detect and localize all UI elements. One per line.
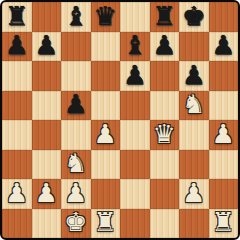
square-g2[interactable]: ♟ [179, 179, 209, 209]
piece-black-rook[interactable]: ♜ [5, 3, 28, 29]
square-c7[interactable] [61, 32, 91, 62]
square-a8[interactable]: ♜ [2, 2, 32, 32]
square-h4[interactable]: ♟ [209, 120, 239, 150]
piece-black-pawn[interactable]: ♟ [153, 32, 176, 58]
square-b8[interactable] [32, 2, 62, 32]
square-e2[interactable] [120, 179, 150, 209]
square-e8[interactable] [120, 2, 150, 32]
square-b2[interactable]: ♟ [32, 179, 62, 209]
square-e4[interactable] [120, 120, 150, 150]
square-g8[interactable]: ♚ [179, 2, 209, 32]
square-b5[interactable] [32, 91, 62, 121]
square-c5[interactable]: ♟ [61, 91, 91, 121]
square-d1[interactable]: ♜ [91, 209, 121, 239]
square-g3[interactable] [179, 150, 209, 180]
piece-white-pawn[interactable]: ♟ [212, 121, 235, 147]
square-d4[interactable]: ♟ [91, 120, 121, 150]
square-h5[interactable] [209, 91, 239, 121]
square-d6[interactable] [91, 61, 121, 91]
square-c2[interactable]: ♟ [61, 179, 91, 209]
square-f2[interactable] [150, 179, 180, 209]
square-h8[interactable] [209, 2, 239, 32]
square-b7[interactable]: ♟ [32, 32, 62, 62]
chess-board: ♜♝♛♜♚♟♟♝♟♟♟♟♟♞♟♛♟♞♟♟♟♟♚♜♜ [2, 2, 238, 238]
square-h3[interactable] [209, 150, 239, 180]
piece-black-bishop[interactable]: ♝ [123, 32, 146, 58]
piece-black-pawn[interactable]: ♟ [64, 91, 87, 117]
square-d2[interactable] [91, 179, 121, 209]
square-g4[interactable] [179, 120, 209, 150]
piece-white-pawn[interactable]: ♟ [182, 180, 205, 206]
piece-white-pawn[interactable]: ♟ [5, 180, 28, 206]
square-h2[interactable] [209, 179, 239, 209]
piece-black-pawn[interactable]: ♟ [212, 32, 235, 58]
square-c6[interactable] [61, 61, 91, 91]
square-d3[interactable] [91, 150, 121, 180]
square-d5[interactable] [91, 91, 121, 121]
square-f5[interactable] [150, 91, 180, 121]
square-g6[interactable]: ♟ [179, 61, 209, 91]
piece-white-pawn[interactable]: ♟ [35, 180, 58, 206]
square-h6[interactable] [209, 61, 239, 91]
piece-black-pawn[interactable]: ♟ [35, 32, 58, 58]
square-d8[interactable]: ♛ [91, 2, 121, 32]
piece-white-rook[interactable]: ♜ [94, 209, 117, 235]
square-b1[interactable] [32, 209, 62, 239]
piece-white-pawn[interactable]: ♟ [64, 180, 87, 206]
square-g7[interactable] [179, 32, 209, 62]
square-h1[interactable]: ♜ [209, 209, 239, 239]
square-f1[interactable] [150, 209, 180, 239]
square-e3[interactable] [120, 150, 150, 180]
chess-board-frame: ♜♝♛♜♚♟♟♝♟♟♟♟♟♞♟♛♟♞♟♟♟♟♚♜♜ [0, 0, 240, 240]
square-a2[interactable]: ♟ [2, 179, 32, 209]
square-c3[interactable]: ♞ [61, 150, 91, 180]
square-f4[interactable]: ♛ [150, 120, 180, 150]
piece-black-pawn[interactable]: ♟ [182, 62, 205, 88]
piece-white-knight[interactable]: ♞ [64, 150, 87, 176]
piece-white-queen[interactable]: ♛ [153, 121, 176, 147]
square-a5[interactable] [2, 91, 32, 121]
square-e6[interactable]: ♟ [120, 61, 150, 91]
square-c1[interactable]: ♚ [61, 209, 91, 239]
piece-black-queen[interactable]: ♛ [94, 3, 117, 29]
square-a3[interactable] [2, 150, 32, 180]
square-f8[interactable]: ♜ [150, 2, 180, 32]
piece-white-pawn[interactable]: ♟ [94, 121, 117, 147]
square-f6[interactable] [150, 61, 180, 91]
piece-white-rook[interactable]: ♜ [212, 209, 235, 235]
piece-black-king[interactable]: ♚ [182, 3, 205, 29]
piece-black-pawn[interactable]: ♟ [5, 32, 28, 58]
square-b4[interactable] [32, 120, 62, 150]
piece-black-rook[interactable]: ♜ [153, 3, 176, 29]
square-f3[interactable] [150, 150, 180, 180]
piece-white-knight[interactable]: ♞ [182, 91, 205, 117]
square-e7[interactable]: ♝ [120, 32, 150, 62]
piece-black-bishop[interactable]: ♝ [64, 3, 87, 29]
square-a4[interactable] [2, 120, 32, 150]
square-b6[interactable] [32, 61, 62, 91]
piece-black-pawn[interactable]: ♟ [123, 62, 146, 88]
square-g5[interactable]: ♞ [179, 91, 209, 121]
square-e5[interactable] [120, 91, 150, 121]
square-b3[interactable] [32, 150, 62, 180]
square-a7[interactable]: ♟ [2, 32, 32, 62]
square-a6[interactable] [2, 61, 32, 91]
square-h7[interactable]: ♟ [209, 32, 239, 62]
square-c4[interactable] [61, 120, 91, 150]
square-a1[interactable] [2, 209, 32, 239]
square-f7[interactable]: ♟ [150, 32, 180, 62]
square-g1[interactable] [179, 209, 209, 239]
square-c8[interactable]: ♝ [61, 2, 91, 32]
square-d7[interactable] [91, 32, 121, 62]
piece-white-king[interactable]: ♚ [64, 209, 87, 235]
square-e1[interactable] [120, 209, 150, 239]
